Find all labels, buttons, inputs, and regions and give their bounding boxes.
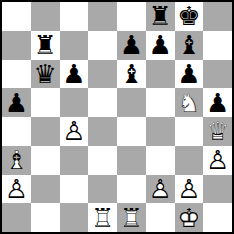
white-pawn-g2: ♟♙ bbox=[175, 175, 204, 204]
white-bishop-a3: ♝♗ bbox=[2, 146, 31, 175]
square-a4[interactable] bbox=[2, 117, 31, 146]
square-c6[interactable]: ♟ bbox=[60, 60, 89, 89]
square-e5[interactable] bbox=[117, 88, 146, 117]
square-e2[interactable] bbox=[117, 175, 146, 204]
chess-diagram: ♜♚♜♟♟♝♛♟♝♟♟♞♘♟♟♙♛♕♝♗♟♙♟♙♟♙♟♙♜♖♜♖♚♔ bbox=[0, 0, 234, 234]
square-a5[interactable]: ♟ bbox=[2, 88, 31, 117]
square-g3[interactable] bbox=[175, 146, 204, 175]
white-rook-d1: ♜♖ bbox=[88, 203, 117, 232]
square-c3[interactable] bbox=[60, 146, 89, 175]
square-d1[interactable]: ♜♖ bbox=[88, 203, 117, 232]
square-c8[interactable] bbox=[60, 2, 89, 31]
square-b3[interactable] bbox=[31, 146, 60, 175]
piece-outline-glyph: ♖ bbox=[117, 203, 146, 232]
square-f2[interactable]: ♟♙ bbox=[146, 175, 175, 204]
square-b2[interactable] bbox=[31, 175, 60, 204]
square-g8[interactable]: ♚ bbox=[175, 2, 204, 31]
square-b6[interactable]: ♛ bbox=[31, 60, 60, 89]
square-f8[interactable]: ♜ bbox=[146, 2, 175, 31]
square-h7[interactable] bbox=[203, 31, 232, 60]
white-knight-g5: ♞♘ bbox=[175, 88, 204, 117]
piece-outline-glyph: ♘ bbox=[175, 88, 204, 117]
square-b4[interactable] bbox=[31, 117, 60, 146]
piece-outline-glyph: ♙ bbox=[203, 146, 232, 175]
square-f7[interactable]: ♟ bbox=[146, 31, 175, 60]
square-d2[interactable] bbox=[88, 175, 117, 204]
square-f4[interactable] bbox=[146, 117, 175, 146]
square-b1[interactable] bbox=[31, 203, 60, 232]
black-pawn-a5: ♟ bbox=[2, 88, 31, 117]
square-h4[interactable]: ♛♕ bbox=[203, 117, 232, 146]
black-pawn-g6: ♟ bbox=[175, 60, 204, 89]
square-h6[interactable] bbox=[203, 60, 232, 89]
white-pawn-f2: ♟♙ bbox=[146, 175, 175, 204]
square-a2[interactable]: ♟♙ bbox=[2, 175, 31, 204]
square-e4[interactable] bbox=[117, 117, 146, 146]
square-e8[interactable] bbox=[117, 2, 146, 31]
square-e6[interactable]: ♝ bbox=[117, 60, 146, 89]
square-c7[interactable] bbox=[60, 31, 89, 60]
square-e7[interactable]: ♟ bbox=[117, 31, 146, 60]
square-d7[interactable] bbox=[88, 31, 117, 60]
black-bishop-g7: ♝ bbox=[175, 31, 204, 60]
piece-outline-glyph: ♙ bbox=[2, 175, 31, 204]
black-queen-b6: ♛ bbox=[31, 60, 60, 89]
square-a3[interactable]: ♝♗ bbox=[2, 146, 31, 175]
white-queen-h4: ♛♕ bbox=[203, 117, 232, 146]
square-a6[interactable] bbox=[2, 60, 31, 89]
black-bishop-e6: ♝ bbox=[117, 60, 146, 89]
piece-outline-glyph: ♖ bbox=[88, 203, 117, 232]
square-b5[interactable] bbox=[31, 88, 60, 117]
square-g7[interactable]: ♝ bbox=[175, 31, 204, 60]
piece-outline-glyph: ♙ bbox=[60, 117, 89, 146]
square-h2[interactable] bbox=[203, 175, 232, 204]
square-a8[interactable] bbox=[2, 2, 31, 31]
square-g6[interactable]: ♟ bbox=[175, 60, 204, 89]
square-d3[interactable] bbox=[88, 146, 117, 175]
square-d5[interactable] bbox=[88, 88, 117, 117]
square-f5[interactable] bbox=[146, 88, 175, 117]
piece-outline-glyph: ♙ bbox=[146, 175, 175, 204]
black-king-g8: ♚ bbox=[175, 2, 204, 31]
black-rook-b7: ♜ bbox=[31, 31, 60, 60]
square-e1[interactable]: ♜♖ bbox=[117, 203, 146, 232]
square-e3[interactable] bbox=[117, 146, 146, 175]
black-pawn-f7: ♟ bbox=[146, 31, 175, 60]
piece-outline-glyph: ♗ bbox=[2, 146, 31, 175]
white-pawn-h3: ♟♙ bbox=[203, 146, 232, 175]
white-pawn-c4: ♟♙ bbox=[60, 117, 89, 146]
square-h5[interactable]: ♟ bbox=[203, 88, 232, 117]
square-h8[interactable] bbox=[203, 2, 232, 31]
black-pawn-c6: ♟ bbox=[60, 60, 89, 89]
square-g5[interactable]: ♞♘ bbox=[175, 88, 204, 117]
white-rook-e1: ♜♖ bbox=[117, 203, 146, 232]
square-g2[interactable]: ♟♙ bbox=[175, 175, 204, 204]
square-c2[interactable] bbox=[60, 175, 89, 204]
square-h3[interactable]: ♟♙ bbox=[203, 146, 232, 175]
piece-outline-glyph: ♙ bbox=[175, 175, 204, 204]
square-c1[interactable] bbox=[60, 203, 89, 232]
square-d8[interactable] bbox=[88, 2, 117, 31]
square-f6[interactable] bbox=[146, 60, 175, 89]
square-f1[interactable] bbox=[146, 203, 175, 232]
white-pawn-a2: ♟♙ bbox=[2, 175, 31, 204]
square-b8[interactable] bbox=[31, 2, 60, 31]
square-g1[interactable]: ♚♔ bbox=[175, 203, 204, 232]
black-rook-f8: ♜ bbox=[146, 2, 175, 31]
black-pawn-e7: ♟ bbox=[117, 31, 146, 60]
square-a7[interactable] bbox=[2, 31, 31, 60]
square-d4[interactable] bbox=[88, 117, 117, 146]
black-pawn-h5: ♟ bbox=[203, 88, 232, 117]
square-h1[interactable] bbox=[203, 203, 232, 232]
square-b7[interactable]: ♜ bbox=[31, 31, 60, 60]
square-f3[interactable] bbox=[146, 146, 175, 175]
square-a1[interactable] bbox=[2, 203, 31, 232]
square-d6[interactable] bbox=[88, 60, 117, 89]
chess-board: ♜♚♜♟♟♝♛♟♝♟♟♞♘♟♟♙♛♕♝♗♟♙♟♙♟♙♟♙♜♖♜♖♚♔ bbox=[0, 0, 234, 234]
piece-outline-glyph: ♕ bbox=[203, 117, 232, 146]
square-g4[interactable] bbox=[175, 117, 204, 146]
white-king-g1: ♚♔ bbox=[175, 203, 204, 232]
square-c4[interactable]: ♟♙ bbox=[60, 117, 89, 146]
piece-outline-glyph: ♔ bbox=[175, 203, 204, 232]
square-c5[interactable] bbox=[60, 88, 89, 117]
